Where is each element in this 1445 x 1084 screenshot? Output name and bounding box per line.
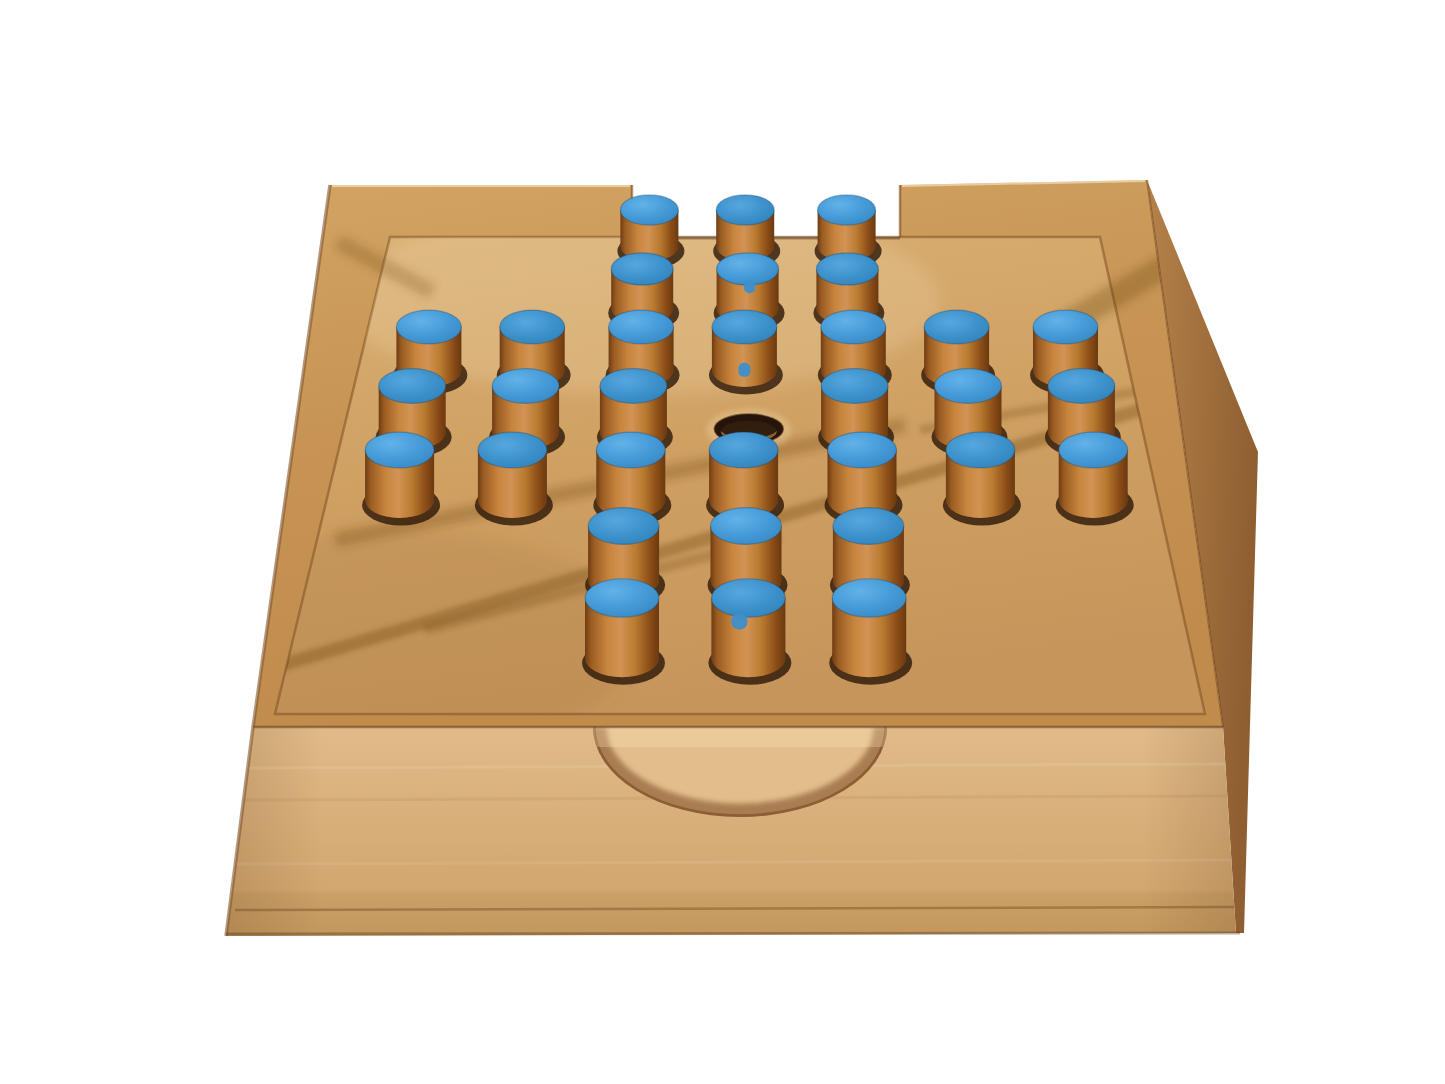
peg-top-blue (478, 432, 547, 468)
peg-top-blue (816, 253, 878, 285)
peg-top-blue (828, 432, 897, 468)
peg-top-blue (609, 310, 674, 344)
peg-top-blue (365, 432, 434, 468)
peg-top-blue (611, 253, 673, 285)
peg-top-blue (396, 310, 461, 344)
peg-top-blue (1059, 432, 1128, 468)
peg-top-blue (585, 579, 659, 617)
peg-top-blue (711, 508, 782, 545)
peg-top-blue (924, 310, 989, 344)
peg-top-blue (946, 432, 1015, 468)
peg-top-blue (588, 508, 659, 545)
paint-drip (744, 280, 755, 293)
peg-c7[interactable] (582, 579, 665, 685)
paint-drip (731, 613, 747, 629)
peg-d3[interactable] (709, 310, 783, 394)
peg-top-blue (821, 369, 888, 404)
peg-top-blue (620, 195, 678, 225)
peg-top-blue (1048, 369, 1115, 404)
peg-top-blue (935, 369, 1002, 404)
peg-top-blue (717, 253, 779, 285)
peg-a5[interactable] (362, 432, 440, 525)
peg-top-blue (709, 432, 778, 468)
peg-top-blue (712, 310, 777, 344)
peg-top-blue (821, 310, 886, 344)
bottom-edge-shadow (226, 933, 1240, 934)
peg-top-blue (711, 579, 785, 617)
peg-top-blue (596, 432, 665, 468)
peg-d7[interactable] (708, 579, 791, 685)
paint-drip (738, 363, 750, 377)
peg-top-blue (379, 369, 446, 404)
peg-top-blue (600, 369, 667, 404)
peg-top-blue (716, 195, 774, 225)
peg-f5[interactable] (943, 432, 1021, 525)
peg-top-blue (500, 310, 565, 344)
peg-top-blue (818, 195, 876, 225)
peg-g5[interactable] (1056, 432, 1134, 525)
board-scene (0, 0, 1445, 1084)
peg-top-blue (832, 579, 906, 617)
peg-top-blue (492, 369, 559, 404)
peg-top-blue (1033, 310, 1098, 344)
peg-solitaire-product-photo (0, 0, 1445, 1084)
peg-top-blue (833, 508, 904, 545)
peg-e7[interactable] (829, 579, 912, 685)
solitaire-box (160, 180, 1258, 940)
peg-b5[interactable] (475, 432, 553, 525)
